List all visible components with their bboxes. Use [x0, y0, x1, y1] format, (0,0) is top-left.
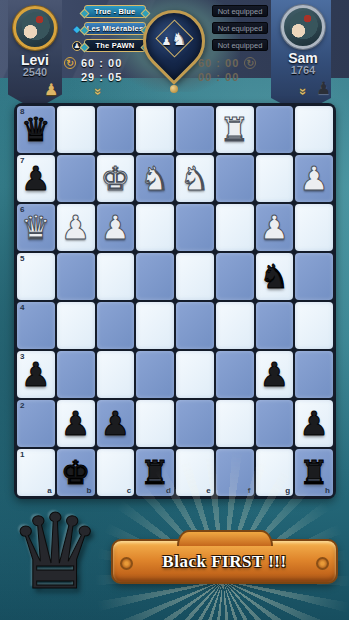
- piece-bp-a3[interactable]: ♟: [21, 358, 51, 391]
- square-c7[interactable]: ♚: [97, 155, 135, 202]
- square-b5[interactable]: [57, 253, 95, 300]
- equipment-slot-label: Not equipped: [218, 7, 263, 16]
- square-g7[interactable]: [256, 155, 294, 202]
- equipment-slot-label: Not equipped: [218, 24, 263, 33]
- badge-true-blue[interactable]: True - Blue: [84, 5, 146, 18]
- square-g4[interactable]: [256, 302, 294, 349]
- equipment-slot-label: Not equipped: [218, 41, 263, 50]
- square-b3[interactable]: [57, 351, 95, 398]
- square-f7[interactable]: [216, 155, 254, 202]
- turn-banner-text: Black FIRST !!!: [162, 552, 286, 572]
- badge-the-pawn[interactable]: The PAWN: [84, 39, 146, 52]
- timer-icon: ↻: [244, 57, 256, 69]
- square-f8[interactable]: ♜: [216, 106, 254, 153]
- piece-wp-c6[interactable]: ♟: [101, 211, 131, 244]
- piece-bp-b2[interactable]: ♟: [61, 407, 91, 440]
- badge-label: The PAWN: [96, 41, 135, 50]
- piece-bp-c2[interactable]: ♟: [101, 407, 131, 440]
- piece-bp-h2[interactable]: ♟: [299, 407, 329, 440]
- emblem-tip: [170, 85, 178, 93]
- square-e8[interactable]: [176, 106, 214, 153]
- square-c2[interactable]: ♟: [97, 400, 135, 447]
- square-a8[interactable]: 8♛: [17, 106, 55, 153]
- badge-row-1: True - Blue: [70, 5, 146, 18]
- square-a1[interactable]: 1a: [17, 449, 55, 496]
- left-player-rating: 2540: [0, 66, 70, 78]
- square-b4[interactable]: [57, 302, 95, 349]
- square-f5[interactable]: [216, 253, 254, 300]
- square-f6[interactable]: [216, 204, 254, 251]
- square-a2[interactable]: 2: [17, 400, 55, 447]
- square-a4[interactable]: 4: [17, 302, 55, 349]
- piece-wr-f8[interactable]: ♜: [220, 113, 250, 146]
- square-c6[interactable]: ♟: [97, 204, 135, 251]
- square-b6[interactable]: ♟: [57, 204, 95, 251]
- knight-icon: ♞: [171, 29, 186, 49]
- square-h5[interactable]: [295, 253, 333, 300]
- square-g8[interactable]: [256, 106, 294, 153]
- square-a3[interactable]: 3♟: [17, 351, 55, 398]
- square-e4[interactable]: [176, 302, 214, 349]
- square-c8[interactable]: [97, 106, 135, 153]
- equipment-slot-3[interactable]: Not equipped: [212, 39, 268, 51]
- square-b8[interactable]: [57, 106, 95, 153]
- square-b2[interactable]: ♟: [57, 400, 95, 447]
- square-h4[interactable]: [295, 302, 333, 349]
- square-b7[interactable]: [57, 155, 95, 202]
- piece-wp-b6[interactable]: ♟: [61, 211, 91, 244]
- title-badges: True - Blue ◆ Les Misérables ♟ The PAWN: [70, 5, 146, 56]
- square-f3[interactable]: [216, 351, 254, 398]
- piece-bp-g3[interactable]: ♟: [260, 358, 290, 391]
- square-c5[interactable]: [97, 253, 135, 300]
- right-player-clock: 60 : 00 ↻ 00 : 00: [198, 56, 256, 84]
- square-g5[interactable]: ♞: [256, 253, 294, 300]
- square-a5[interactable]: 5: [17, 253, 55, 300]
- black-queen-display-icon: ♛: [0, 496, 110, 614]
- dark-piece-trophy-icon: ♟: [316, 78, 331, 98]
- left-clock-secondary: 29 : 05: [81, 71, 122, 83]
- app-screen: Levi 2540 Sam 1764 True - Blue ◆ Les Mis…: [0, 0, 349, 620]
- square-c4[interactable]: [97, 302, 135, 349]
- square-b1[interactable]: b♚: [57, 449, 95, 496]
- equipment-slot-1[interactable]: Not equipped: [212, 5, 268, 17]
- square-e3[interactable]: [176, 351, 214, 398]
- banner-scroll-right: [316, 557, 329, 570]
- rank-label-7: 7: [20, 156, 24, 165]
- piece-wp-h7[interactable]: ♟: [299, 162, 329, 195]
- badge-les-miserables[interactable]: Les Misérables: [84, 22, 146, 35]
- square-h6[interactable]: [295, 204, 333, 251]
- piece-wn-d7[interactable]: ♞: [140, 162, 170, 195]
- chess-board: 8♛♜7♟♚♞♞♟6♛♟♟♟5♞43♟♟2♟♟♟1ab♚cd♜efgh♜: [14, 103, 336, 499]
- rank-label-2: 2: [20, 401, 24, 410]
- square-d4[interactable]: [136, 302, 174, 349]
- square-d3[interactable]: [136, 351, 174, 398]
- turn-banner: Black FIRST !!!: [111, 539, 338, 584]
- left-player-avatar[interactable]: [13, 6, 57, 50]
- timer-icon: ↻: [64, 57, 76, 69]
- square-d8[interactable]: [136, 106, 174, 153]
- rank-label-3: 3: [20, 352, 24, 361]
- square-g3[interactable]: ♟: [256, 351, 294, 398]
- square-c3[interactable]: [97, 351, 135, 398]
- square-e7[interactable]: ♞: [176, 155, 214, 202]
- rank-label-8: 8: [20, 107, 24, 116]
- rank-label-6: 6: [20, 205, 24, 214]
- square-h2[interactable]: ♟: [295, 400, 333, 447]
- piece-wp-g6[interactable]: ♟: [260, 211, 290, 244]
- gold-piece-trophy-icon: ♟: [44, 80, 58, 99]
- piece-bp-a7[interactable]: ♟: [21, 162, 51, 195]
- square-d7[interactable]: ♞: [136, 155, 174, 202]
- rank-label-4: 4: [20, 303, 24, 312]
- piece-bk-b1[interactable]: ♚: [61, 456, 91, 489]
- square-g2[interactable]: [256, 400, 294, 447]
- right-player-rating: 1764: [268, 64, 338, 76]
- badge-label: Les Misérables: [87, 24, 144, 33]
- piece-wk-c7[interactable]: ♚: [101, 162, 131, 195]
- piece-wq-a6[interactable]: ♛: [21, 211, 51, 244]
- diamond-icon: ◆: [74, 24, 81, 34]
- square-e5[interactable]: [176, 253, 214, 300]
- left-clock-main: 60 : 00: [81, 57, 122, 69]
- square-a6[interactable]: 6♛: [17, 204, 55, 251]
- chevron-double-down-icon[interactable]: »: [296, 88, 311, 93]
- square-d2[interactable]: [136, 400, 174, 447]
- banner-scroll-left: [120, 557, 133, 570]
- square-h3[interactable]: [295, 351, 333, 398]
- square-a7[interactable]: 7♟: [17, 155, 55, 202]
- pawn-icon: ♟: [161, 35, 171, 48]
- left-player-clock: ↻ 60 : 00 29 : 05: [64, 56, 122, 84]
- square-d6[interactable]: [136, 204, 174, 251]
- rank-label-1: 1: [20, 450, 24, 459]
- badge-row-3: ♟ The PAWN: [70, 39, 146, 52]
- equipment-slot-2[interactable]: Not equipped: [212, 22, 268, 34]
- piece-bq-a8[interactable]: ♛: [21, 113, 51, 146]
- piece-bn-g5[interactable]: ♞: [260, 260, 290, 293]
- equipment-slots: Not equipped Not equipped Not equipped: [212, 5, 268, 56]
- right-player-avatar[interactable]: [281, 5, 325, 49]
- square-e6[interactable]: [176, 204, 214, 251]
- right-clock-main: 60 : 00: [198, 57, 239, 69]
- square-h8[interactable]: [295, 106, 333, 153]
- badge-row-2: ◆ Les Misérables: [70, 22, 146, 35]
- right-clock-secondary: 00 : 00: [198, 71, 239, 83]
- piece-wn-e7[interactable]: ♞: [180, 162, 210, 195]
- square-d5[interactable]: [136, 253, 174, 300]
- badge-label: True - Blue: [95, 7, 136, 16]
- square-g6[interactable]: ♟: [256, 204, 294, 251]
- square-f4[interactable]: [216, 302, 254, 349]
- chevron-double-down-icon[interactable]: »: [91, 88, 106, 93]
- emblem-pieces: ♟♞: [141, 29, 207, 49]
- square-h7[interactable]: ♟: [295, 155, 333, 202]
- rank-label-5: 5: [20, 254, 24, 263]
